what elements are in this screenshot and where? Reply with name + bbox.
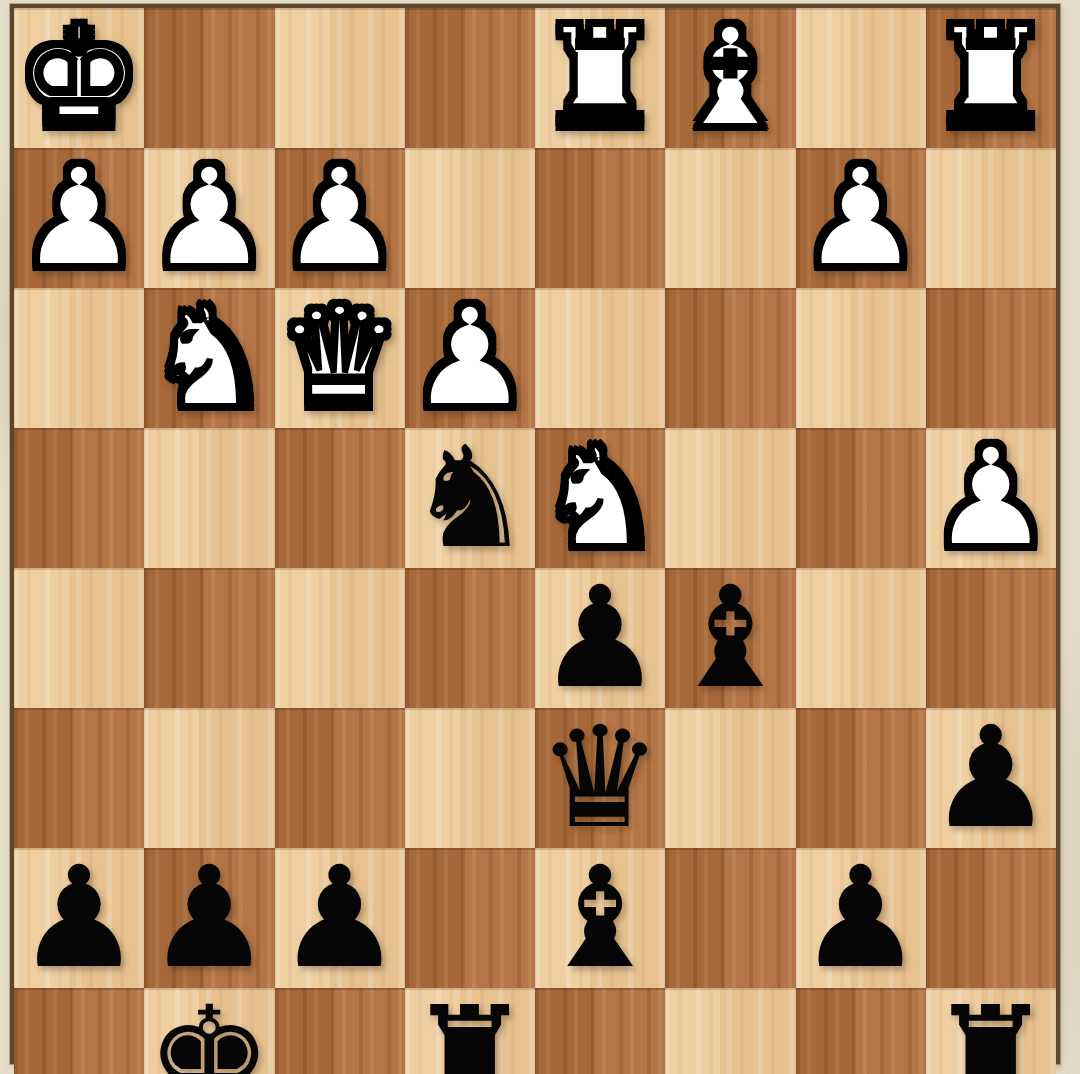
square-c3[interactable] — [665, 288, 795, 428]
black-pawn[interactable]: ♟ — [798, 848, 924, 988]
square-a7[interactable] — [926, 848, 1056, 988]
square-d4[interactable]: ♞ — [535, 428, 665, 568]
black-pawn[interactable]: ♟ — [16, 848, 142, 988]
square-e3[interactable]: ♟ — [405, 288, 535, 428]
square-a5[interactable] — [926, 568, 1056, 708]
square-a8[interactable]: ♜ — [926, 988, 1056, 1074]
square-b7[interactable]: ♟ — [796, 848, 926, 988]
white-pawn[interactable]: ♟ — [16, 148, 142, 288]
square-h6[interactable] — [14, 708, 144, 848]
square-h5[interactable] — [14, 568, 144, 708]
black-pawn[interactable]: ♟ — [147, 848, 273, 988]
black-queen[interactable]: ♛ — [537, 708, 663, 848]
square-h4[interactable] — [14, 428, 144, 568]
square-e2[interactable] — [405, 148, 535, 288]
square-c2[interactable] — [665, 148, 795, 288]
square-g3[interactable]: ♞ — [144, 288, 274, 428]
square-g5[interactable] — [144, 568, 274, 708]
square-h7[interactable]: ♟ — [14, 848, 144, 988]
white-knight[interactable]: ♞ — [537, 428, 663, 568]
square-a1[interactable]: ♜ — [926, 8, 1056, 148]
square-f3[interactable]: ♛ — [275, 288, 405, 428]
black-rook[interactable]: ♜ — [407, 988, 533, 1074]
square-e5[interactable] — [405, 568, 535, 708]
square-g8[interactable]: ♚ — [144, 988, 274, 1074]
square-g6[interactable] — [144, 708, 274, 848]
black-pawn[interactable]: ♟ — [928, 708, 1054, 848]
square-c7[interactable] — [665, 848, 795, 988]
square-f8[interactable] — [275, 988, 405, 1074]
square-b2[interactable]: ♟ — [796, 148, 926, 288]
white-pawn[interactable]: ♟ — [407, 288, 533, 428]
square-c1[interactable]: ♝ — [665, 8, 795, 148]
square-h8[interactable] — [14, 988, 144, 1074]
square-d8[interactable] — [535, 988, 665, 1074]
square-f7[interactable]: ♟ — [275, 848, 405, 988]
square-d3[interactable] — [535, 288, 665, 428]
black-rook[interactable]: ♜ — [928, 988, 1054, 1074]
square-d1[interactable]: ♜ — [535, 8, 665, 148]
square-b5[interactable] — [796, 568, 926, 708]
black-knight[interactable]: ♞ — [407, 428, 533, 568]
square-h1[interactable]: ♚ — [14, 8, 144, 148]
square-c8[interactable] — [665, 988, 795, 1074]
black-pawn[interactable]: ♟ — [537, 568, 663, 708]
square-b3[interactable] — [796, 288, 926, 428]
white-queen[interactable]: ♛ — [277, 288, 403, 428]
square-b6[interactable] — [796, 708, 926, 848]
page-background: { "game": "chess", "position": { "fen": … — [0, 0, 1080, 1074]
square-h2[interactable]: ♟ — [14, 148, 144, 288]
square-f5[interactable] — [275, 568, 405, 708]
square-e7[interactable] — [405, 848, 535, 988]
black-king[interactable]: ♚ — [147, 988, 273, 1074]
square-d7[interactable]: ♝ — [535, 848, 665, 988]
square-f4[interactable] — [275, 428, 405, 568]
black-pawn[interactable]: ♟ — [277, 848, 403, 988]
square-a3[interactable] — [926, 288, 1056, 428]
square-g7[interactable]: ♟ — [144, 848, 274, 988]
square-e8[interactable]: ♜ — [405, 988, 535, 1074]
square-c6[interactable] — [665, 708, 795, 848]
square-g1[interactable] — [144, 8, 274, 148]
chess-board-frame: ♚♜♝♜♟♟♟♟♞♛♟♞♞♟♟♝♛♟♟♟♟♝♟♚♜♜ — [10, 4, 1060, 1064]
chess-board: ♚♜♝♜♟♟♟♟♞♛♟♞♞♟♟♝♛♟♟♟♟♝♟♚♜♜ — [14, 8, 1056, 1060]
square-f6[interactable] — [275, 708, 405, 848]
square-h3[interactable] — [14, 288, 144, 428]
square-e4[interactable]: ♞ — [405, 428, 535, 568]
square-d2[interactable] — [535, 148, 665, 288]
square-f1[interactable] — [275, 8, 405, 148]
white-pawn[interactable]: ♟ — [147, 148, 273, 288]
square-g4[interactable] — [144, 428, 274, 568]
square-a6[interactable]: ♟ — [926, 708, 1056, 848]
white-king[interactable]: ♚ — [16, 8, 142, 148]
square-e1[interactable] — [405, 8, 535, 148]
square-f2[interactable]: ♟ — [275, 148, 405, 288]
white-pawn[interactable]: ♟ — [277, 148, 403, 288]
white-rook[interactable]: ♜ — [928, 8, 1054, 148]
black-bishop[interactable]: ♝ — [537, 848, 663, 988]
square-b4[interactable] — [796, 428, 926, 568]
square-b8[interactable] — [796, 988, 926, 1074]
black-bishop[interactable]: ♝ — [668, 568, 794, 708]
square-c4[interactable] — [665, 428, 795, 568]
square-g2[interactable]: ♟ — [144, 148, 274, 288]
white-pawn[interactable]: ♟ — [928, 428, 1054, 568]
square-d6[interactable]: ♛ — [535, 708, 665, 848]
square-c5[interactable]: ♝ — [665, 568, 795, 708]
white-rook[interactable]: ♜ — [537, 8, 663, 148]
square-e6[interactable] — [405, 708, 535, 848]
square-a4[interactable]: ♟ — [926, 428, 1056, 568]
square-b1[interactable] — [796, 8, 926, 148]
square-d5[interactable]: ♟ — [535, 568, 665, 708]
square-a2[interactable] — [926, 148, 1056, 288]
white-pawn[interactable]: ♟ — [798, 148, 924, 288]
white-bishop[interactable]: ♝ — [668, 8, 794, 148]
white-knight[interactable]: ♞ — [147, 288, 273, 428]
